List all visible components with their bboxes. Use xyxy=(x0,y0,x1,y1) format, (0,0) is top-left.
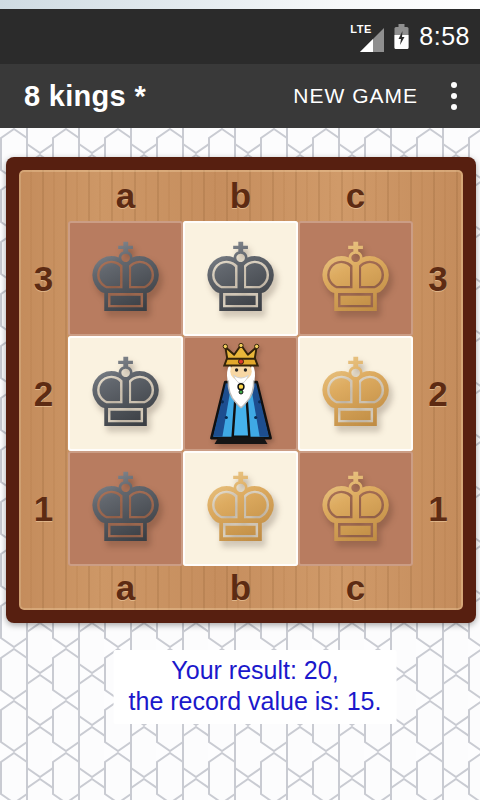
clock: 8:58 xyxy=(419,22,470,51)
new-game-button[interactable]: NEW GAME xyxy=(279,74,432,118)
white-king-piece: ♚ xyxy=(198,452,283,565)
rank-label-1: 1 xyxy=(413,451,463,566)
square-a2[interactable]: ♚ xyxy=(68,336,183,451)
board-grid: ♚♚♚♚♚♚♚♚ xyxy=(68,221,413,566)
screen-top-strip xyxy=(0,0,480,9)
square-b2[interactable] xyxy=(183,336,298,451)
white-king-piece: ♚ xyxy=(313,452,398,565)
file-label-c: c xyxy=(298,566,413,610)
rank-label-3: 3 xyxy=(413,221,463,336)
square-c3[interactable]: ♚ xyxy=(298,221,413,336)
result-line-1: Your result: 20, xyxy=(129,655,382,686)
file-label-c: c xyxy=(298,170,413,221)
result-message: Your result: 20, the record value is: 15… xyxy=(114,650,397,724)
square-a3[interactable]: ♚ xyxy=(68,221,183,336)
file-labels-bottom: a b c xyxy=(68,566,413,610)
chess-board: a b c 3 2 1 ♚♚♚♚♚♚♚♚ 3 2 1 a b c xyxy=(6,157,476,623)
rank-label-3: 3 xyxy=(19,221,68,336)
board-wood-border: a b c 3 2 1 ♚♚♚♚♚♚♚♚ 3 2 1 a b c xyxy=(19,170,463,610)
app-bar: 8 kings * NEW GAME xyxy=(0,64,480,128)
rank-label-1: 1 xyxy=(19,451,68,566)
white-king-piece: ♚ xyxy=(313,222,398,335)
square-c2[interactable]: ♚ xyxy=(298,336,413,451)
overflow-menu-icon[interactable] xyxy=(432,72,476,120)
black-king-piece: ♚ xyxy=(83,337,168,450)
status-bar: LTE 8:58 xyxy=(0,9,480,64)
player-king-figure xyxy=(197,343,285,445)
rank-labels-left: 3 2 1 xyxy=(19,221,68,566)
file-label-a: a xyxy=(68,170,183,221)
page-title: 8 kings * xyxy=(24,80,279,113)
file-label-b: b xyxy=(183,566,298,610)
white-king-piece: ♚ xyxy=(313,337,398,450)
file-label-a: a xyxy=(68,566,183,610)
square-a1[interactable]: ♚ xyxy=(68,451,183,566)
result-line-2: the record value is: 15. xyxy=(129,686,382,717)
cell-signal-icon: LTE xyxy=(350,22,384,52)
file-label-b: b xyxy=(183,170,298,221)
square-c1[interactable]: ♚ xyxy=(298,451,413,566)
square-b3[interactable]: ♚ xyxy=(183,221,298,336)
black-king-piece: ♚ xyxy=(83,222,168,335)
square-b1[interactable]: ♚ xyxy=(183,451,298,566)
file-labels-top: a b c xyxy=(68,170,413,221)
signal-triangle-icon xyxy=(360,28,384,52)
battery-charging-icon xyxy=(394,24,409,50)
rank-labels-right: 3 2 1 xyxy=(413,221,463,566)
game-area: a b c 3 2 1 ♚♚♚♚♚♚♚♚ 3 2 1 a b c You xyxy=(0,128,480,800)
black-king-piece: ♚ xyxy=(83,452,168,565)
rank-label-2: 2 xyxy=(413,336,463,451)
black-king-piece: ♚ xyxy=(198,222,283,335)
rank-label-2: 2 xyxy=(19,336,68,451)
